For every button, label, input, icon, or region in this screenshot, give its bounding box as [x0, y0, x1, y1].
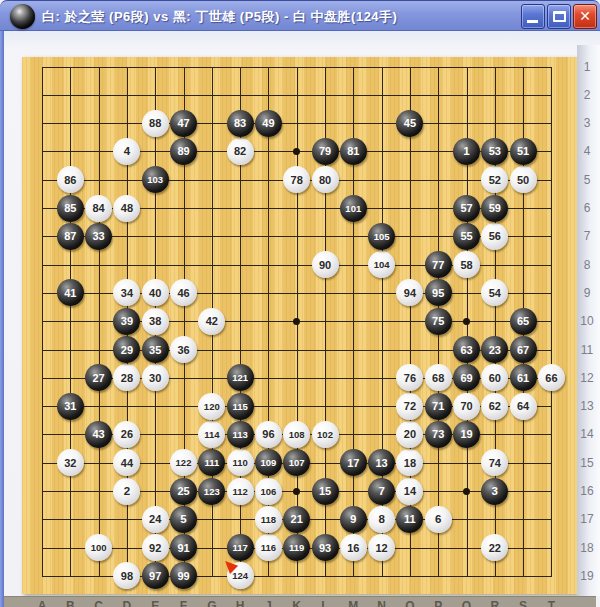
- stone-move-number: 114: [204, 429, 219, 440]
- stone-move-number: 28: [121, 372, 133, 384]
- stone-move-number: 104: [374, 259, 390, 270]
- window-left-border: [0, 26, 4, 607]
- black-stone-17: 17: [340, 449, 367, 476]
- stone-move-number: 23: [489, 344, 501, 356]
- white-stone-72: 72: [396, 393, 423, 420]
- col-label: R: [488, 599, 502, 607]
- stone-move-number: 60: [489, 372, 501, 384]
- stone-move-number: 1: [463, 145, 469, 157]
- white-stone-92: 92: [142, 534, 169, 561]
- white-stone-78: 78: [283, 166, 310, 193]
- black-stone-39: 39: [113, 308, 140, 335]
- black-stone-15: 15: [312, 478, 339, 505]
- stone-move-number: 117: [232, 542, 247, 553]
- white-stone-112: 112: [227, 478, 254, 505]
- white-stone-44: 44: [113, 449, 140, 476]
- black-stone-93: 93: [312, 534, 339, 561]
- stone-move-number: 6: [435, 513, 441, 525]
- stone-move-number: 115: [232, 401, 247, 412]
- stone-move-number: 123: [204, 486, 220, 497]
- black-stone-63: 63: [453, 336, 480, 363]
- stone-move-number: 16: [347, 542, 359, 554]
- col-label: F: [177, 599, 191, 607]
- stone-move-number: 106: [260, 486, 276, 497]
- white-stone-122: 122: [170, 449, 197, 476]
- black-stone-25: 25: [170, 478, 197, 505]
- black-stone-115: 115: [227, 393, 254, 420]
- stone-move-number: 43: [92, 428, 104, 440]
- row-labels-strip: 12345678910111213141516171819: [577, 45, 600, 596]
- stone-move-number: 91: [177, 542, 189, 554]
- stone-move-number: 76: [404, 372, 416, 384]
- white-stone-90: 90: [312, 251, 339, 278]
- stone-move-number: 52: [489, 174, 501, 186]
- stone-move-number: 12: [375, 542, 387, 554]
- stone-move-number: 22: [489, 542, 501, 554]
- stone-move-number: 33: [92, 230, 104, 242]
- black-stone-119: 119: [283, 534, 310, 561]
- white-stone-104: 104: [368, 251, 395, 278]
- window-title: 白: 於之莹 (P6段) vs 黑: 丁世雄 (P5段) - 白 中盘胜(124…: [42, 8, 397, 26]
- white-stone-34: 34: [113, 279, 140, 306]
- stone-move-number: 102: [317, 429, 333, 440]
- star-point: [293, 148, 300, 155]
- stone-move-number: 97: [149, 570, 161, 582]
- black-stone-111: 111: [198, 449, 225, 476]
- stone-move-number: 27: [92, 372, 104, 384]
- stone-move-number: 93: [319, 542, 331, 554]
- stone-move-number: 54: [489, 287, 501, 299]
- black-stone-41: 41: [57, 279, 84, 306]
- stone-move-number: 109: [260, 457, 276, 468]
- stone-move-number: 88: [149, 117, 161, 129]
- stone-move-number: 26: [121, 428, 133, 440]
- row-label: 11: [577, 342, 597, 358]
- stone-move-number: 95: [432, 287, 444, 299]
- white-stone-28: 28: [113, 364, 140, 391]
- black-stone-1: 1: [453, 138, 480, 165]
- stone-move-number: 119: [289, 542, 304, 553]
- black-stone-7: 7: [368, 478, 395, 505]
- stone-move-number: 14: [404, 485, 416, 497]
- black-stone-43: 43: [85, 421, 112, 448]
- stone-move-number: 49: [262, 117, 274, 129]
- white-stone-76: 76: [396, 364, 423, 391]
- white-stone-98: 98: [113, 562, 140, 589]
- stone-move-number: 72: [404, 400, 416, 412]
- stone-move-number: 31: [64, 400, 76, 412]
- white-stone-24: 24: [142, 506, 169, 533]
- black-stone-51: 51: [510, 138, 537, 165]
- stone-move-number: 103: [147, 174, 163, 185]
- white-stone-60: 60: [481, 364, 508, 391]
- black-stone-105: 105: [368, 223, 395, 250]
- black-stone-5: 5: [170, 506, 197, 533]
- white-stone-58: 58: [453, 251, 480, 278]
- stone-move-number: 30: [149, 372, 161, 384]
- col-label: H: [233, 599, 247, 607]
- black-stone-107: 107: [283, 449, 310, 476]
- black-stone-91: 91: [170, 534, 197, 561]
- row-label: 18: [577, 540, 597, 556]
- row-label: 5: [577, 172, 597, 188]
- black-stone-71: 71: [425, 393, 452, 420]
- row-label: 10: [577, 313, 597, 329]
- stone-move-number: 67: [517, 344, 529, 356]
- stone-move-number: 82: [234, 145, 246, 157]
- stone-move-number: 81: [347, 145, 359, 157]
- white-stone-18: 18: [396, 449, 423, 476]
- stone-move-number: 20: [404, 428, 416, 440]
- stone-move-number: 124: [232, 570, 248, 581]
- stone-move-number: 25: [177, 485, 189, 497]
- black-stone-87: 87: [57, 223, 84, 250]
- stone-move-number: 8: [378, 513, 384, 525]
- black-stone-79: 79: [312, 138, 339, 165]
- grid-line-vertical: [551, 67, 552, 577]
- stone-move-number: 50: [517, 174, 529, 186]
- col-label: O: [403, 599, 417, 607]
- stone-move-number: 65: [517, 315, 529, 327]
- white-stone-110: 110: [227, 449, 254, 476]
- black-stone-103: 103: [142, 166, 169, 193]
- minimize-button[interactable]: [521, 4, 545, 29]
- row-label: 12: [577, 370, 597, 386]
- row-label: 6: [577, 200, 597, 216]
- stone-move-number: 105: [374, 231, 390, 242]
- col-label: M: [346, 599, 360, 607]
- white-stone-12: 12: [368, 534, 395, 561]
- white-stone-106: 106: [255, 478, 282, 505]
- stone-move-number: 70: [460, 400, 472, 412]
- stone-move-number: 17: [347, 457, 359, 469]
- stone-move-number: 71: [432, 400, 444, 412]
- stone-move-number: 44: [121, 457, 133, 469]
- white-stone-54: 54: [481, 279, 508, 306]
- black-stone-33: 33: [85, 223, 112, 250]
- stone-move-number: 94: [404, 287, 416, 299]
- stone-move-number: 69: [460, 372, 472, 384]
- goban[interactable]: 1234567891112131415161718192021222324252…: [22, 57, 577, 594]
- black-stone-21: 21: [283, 506, 310, 533]
- white-stone-82: 82: [227, 138, 254, 165]
- maximize-button[interactable]: [547, 4, 571, 29]
- black-stone-31: 31: [57, 393, 84, 420]
- app-window: 白: 於之莹 (P6段) vs 黑: 丁世雄 (P5段) - 白 中盘胜(124…: [0, 0, 600, 607]
- white-stone-74: 74: [481, 449, 508, 476]
- close-button[interactable]: ✕: [573, 4, 597, 29]
- col-label: C: [92, 599, 106, 607]
- black-stone-81: 81: [340, 138, 367, 165]
- black-stone-61: 61: [510, 364, 537, 391]
- stone-move-number: 68: [432, 372, 444, 384]
- star-point: [463, 318, 470, 325]
- stone-move-number: 110: [232, 457, 247, 468]
- white-stone-42: 42: [198, 308, 225, 335]
- black-stone-57: 57: [453, 195, 480, 222]
- white-stone-84: 84: [85, 195, 112, 222]
- stone-move-number: 19: [460, 428, 472, 440]
- black-stone-101: 101: [340, 195, 367, 222]
- stone-move-number: 34: [121, 287, 133, 299]
- stone-move-number: 66: [545, 372, 557, 384]
- stone-move-number: 84: [92, 202, 104, 214]
- stone-move-number: 48: [121, 202, 133, 214]
- stone-move-number: 80: [319, 174, 331, 186]
- white-stone-88: 88: [142, 110, 169, 137]
- stone-move-number: 61: [517, 372, 529, 384]
- black-stone-75: 75: [425, 308, 452, 335]
- stone-move-number: 112: [232, 486, 247, 497]
- col-labels-strip: ABCDEFGHJKLMNOPQRST: [4, 596, 596, 607]
- black-stone-77: 77: [425, 251, 452, 278]
- row-label: 15: [577, 455, 597, 471]
- stone-move-number: 108: [289, 429, 305, 440]
- black-stone-113: 113: [227, 421, 254, 448]
- black-stone-45: 45: [396, 110, 423, 137]
- white-stone-22: 22: [481, 534, 508, 561]
- stone-move-number: 18: [404, 457, 416, 469]
- col-label: G: [205, 599, 219, 607]
- black-stone-85: 85: [57, 195, 84, 222]
- stone-move-number: 56: [489, 230, 501, 242]
- stone-move-number: 40: [149, 287, 161, 299]
- stone-move-number: 83: [234, 117, 246, 129]
- star-point: [293, 488, 300, 495]
- stone-move-number: 15: [319, 485, 331, 497]
- white-stone-64: 64: [510, 393, 537, 420]
- stone-move-number: 42: [206, 315, 218, 327]
- black-stone-35: 35: [142, 336, 169, 363]
- stone-move-number: 32: [64, 457, 76, 469]
- col-label: N: [375, 599, 389, 607]
- stone-move-number: 77: [432, 259, 444, 271]
- black-stone-73: 73: [425, 421, 452, 448]
- white-stone-16: 16: [340, 534, 367, 561]
- col-label: J: [261, 599, 275, 607]
- stone-move-number: 58: [460, 259, 472, 271]
- star-point: [293, 318, 300, 325]
- go-stone-app-icon: [10, 4, 35, 29]
- star-point: [463, 488, 470, 495]
- stone-move-number: 11: [404, 513, 416, 525]
- white-stone-50: 50: [510, 166, 537, 193]
- row-label: 7: [577, 228, 597, 244]
- stone-move-number: 100: [91, 542, 107, 553]
- stone-move-number: 107: [289, 457, 305, 468]
- row-label: 17: [577, 511, 597, 527]
- stone-move-number: 79: [319, 145, 331, 157]
- white-stone-70: 70: [453, 393, 480, 420]
- white-stone-66: 66: [538, 364, 565, 391]
- white-stone-4: 4: [113, 138, 140, 165]
- white-stone-40: 40: [142, 279, 169, 306]
- black-stone-23: 23: [481, 336, 508, 363]
- stone-move-number: 36: [177, 344, 189, 356]
- white-stone-68: 68: [425, 364, 452, 391]
- white-stone-94: 94: [396, 279, 423, 306]
- stone-move-number: 9: [350, 513, 356, 525]
- black-stone-13: 13: [368, 449, 395, 476]
- row-label: 2: [577, 87, 597, 103]
- white-stone-2: 2: [113, 478, 140, 505]
- stone-move-number: 59: [489, 202, 501, 214]
- black-stone-95: 95: [425, 279, 452, 306]
- stone-move-number: 64: [517, 400, 529, 412]
- col-label: Q: [460, 599, 474, 607]
- col-label: D: [120, 599, 134, 607]
- col-label: B: [63, 599, 77, 607]
- white-stone-86: 86: [57, 166, 84, 193]
- stone-move-number: 3: [492, 485, 498, 497]
- black-stone-121: 121: [227, 364, 254, 391]
- black-stone-49: 49: [255, 110, 282, 137]
- white-stone-102: 102: [312, 421, 339, 448]
- white-stone-20: 20: [396, 421, 423, 448]
- stone-move-number: 122: [176, 457, 192, 468]
- stone-move-number: 78: [291, 174, 303, 186]
- stone-move-number: 13: [375, 457, 387, 469]
- white-stone-52: 52: [481, 166, 508, 193]
- stone-move-number: 63: [460, 344, 472, 356]
- white-stone-108: 108: [283, 421, 310, 448]
- col-label: E: [148, 599, 162, 607]
- white-stone-118: 118: [255, 506, 282, 533]
- stone-move-number: 41: [64, 287, 76, 299]
- stone-move-number: 38: [149, 315, 161, 327]
- white-stone-32: 32: [57, 449, 84, 476]
- white-stone-36: 36: [170, 336, 197, 363]
- stone-move-number: 73: [432, 428, 444, 440]
- black-stone-117: 117: [227, 534, 254, 561]
- stone-move-number: 111: [204, 457, 219, 468]
- stone-move-number: 92: [149, 542, 161, 554]
- col-label: P: [431, 599, 445, 607]
- col-label: T: [544, 599, 558, 607]
- black-stone-67: 67: [510, 336, 537, 363]
- black-stone-65: 65: [510, 308, 537, 335]
- stone-move-number: 87: [64, 230, 76, 242]
- stone-move-number: 4: [124, 145, 130, 157]
- stone-move-number: 74: [489, 457, 501, 469]
- black-stone-3: 3: [481, 478, 508, 505]
- col-label: S: [516, 599, 530, 607]
- row-label: 1: [577, 59, 597, 75]
- white-stone-14: 14: [396, 478, 423, 505]
- stone-move-number: 98: [121, 570, 133, 582]
- black-stone-55: 55: [453, 223, 480, 250]
- minimize-icon: [527, 20, 538, 23]
- black-stone-89: 89: [170, 138, 197, 165]
- stone-move-number: 120: [204, 401, 220, 412]
- stone-move-number: 62: [489, 400, 501, 412]
- white-stone-114: 114: [198, 421, 225, 448]
- black-stone-29: 29: [113, 336, 140, 363]
- white-stone-56: 56: [481, 223, 508, 250]
- black-stone-59: 59: [481, 195, 508, 222]
- white-stone-62: 62: [481, 393, 508, 420]
- stone-move-number: 96: [262, 428, 274, 440]
- stone-move-number: 53: [489, 145, 501, 157]
- row-label: 14: [577, 426, 597, 442]
- stone-move-number: 55: [460, 230, 472, 242]
- white-stone-46: 46: [170, 279, 197, 306]
- col-label: A: [35, 599, 49, 607]
- stone-move-number: 116: [261, 542, 276, 553]
- stone-move-number: 29: [121, 344, 133, 356]
- black-stone-83: 83: [227, 110, 254, 137]
- row-label: 3: [577, 115, 597, 131]
- col-label: K: [290, 599, 304, 607]
- stone-move-number: 99: [177, 570, 189, 582]
- black-stone-19: 19: [453, 421, 480, 448]
- stone-move-number: 45: [404, 117, 416, 129]
- white-stone-116: 116: [255, 534, 282, 561]
- stone-move-number: 113: [232, 429, 247, 440]
- stone-move-number: 57: [460, 202, 472, 214]
- black-stone-11: 11: [396, 506, 423, 533]
- black-stone-99: 99: [170, 562, 197, 589]
- stone-move-number: 47: [177, 117, 189, 129]
- col-label: L: [318, 599, 332, 607]
- white-stone-30: 30: [142, 364, 169, 391]
- row-label: 19: [577, 568, 597, 584]
- black-stone-9: 9: [340, 506, 367, 533]
- stone-move-number: 35: [149, 344, 161, 356]
- stone-move-number: 7: [378, 485, 384, 497]
- stone-move-number: 75: [432, 315, 444, 327]
- stone-move-number: 39: [121, 315, 133, 327]
- stone-move-number: 101: [345, 203, 361, 214]
- white-stone-96: 96: [255, 421, 282, 448]
- stone-move-number: 90: [319, 259, 331, 271]
- white-stone-8: 8: [368, 506, 395, 533]
- stone-move-number: 5: [180, 513, 186, 525]
- row-label: 16: [577, 483, 597, 499]
- black-stone-97: 97: [142, 562, 169, 589]
- stone-move-number: 46: [177, 287, 189, 299]
- black-stone-47: 47: [170, 110, 197, 137]
- stone-move-number: 24: [149, 513, 161, 525]
- stone-move-number: 118: [261, 514, 276, 525]
- stone-move-number: 121: [232, 372, 248, 383]
- title-bar[interactable]: 白: 於之莹 (P6段) vs 黑: 丁世雄 (P5段) - 白 中盘胜(124…: [0, 0, 600, 31]
- stone-move-number: 21: [291, 513, 303, 525]
- maximize-icon: [553, 11, 566, 22]
- white-stone-6: 6: [425, 506, 452, 533]
- white-stone-26: 26: [113, 421, 140, 448]
- row-label: 13: [577, 398, 597, 414]
- white-stone-120: 120: [198, 393, 225, 420]
- row-label: 8: [577, 257, 597, 273]
- black-stone-109: 109: [255, 449, 282, 476]
- row-label: 9: [577, 285, 597, 301]
- white-stone-38: 38: [142, 308, 169, 335]
- stone-move-number: 2: [124, 485, 130, 497]
- black-stone-69: 69: [453, 364, 480, 391]
- stone-move-number: 86: [64, 174, 76, 186]
- stone-move-number: 85: [64, 202, 76, 214]
- stone-move-number: 89: [177, 145, 189, 157]
- row-label: 4: [577, 143, 597, 159]
- black-stone-27: 27: [85, 364, 112, 391]
- window-controls: ✕: [521, 4, 597, 29]
- white-stone-48: 48: [113, 195, 140, 222]
- white-stone-100: 100: [85, 534, 112, 561]
- white-stone-80: 80: [312, 166, 339, 193]
- stone-move-number: 51: [517, 145, 529, 157]
- black-stone-53: 53: [481, 138, 508, 165]
